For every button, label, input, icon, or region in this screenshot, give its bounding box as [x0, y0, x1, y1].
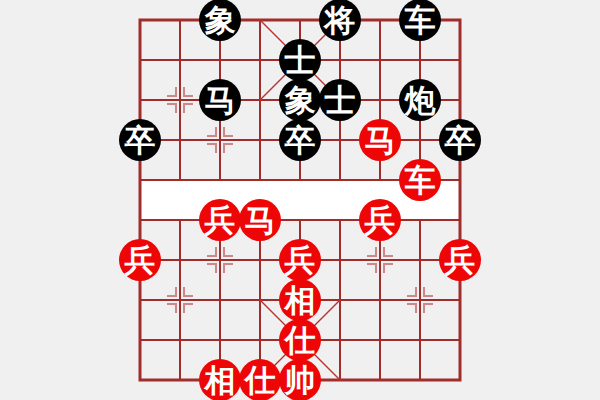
- piece-red-soldier[interactable]: 兵: [359, 199, 401, 241]
- piece-black-cannon[interactable]: 炮: [399, 79, 441, 121]
- piece-red-soldier[interactable]: 兵: [119, 239, 161, 281]
- piece-red-soldier[interactable]: 兵: [279, 239, 321, 281]
- piece-black-soldier[interactable]: 卒: [279, 119, 321, 161]
- piece-red-horse[interactable]: 马: [239, 199, 281, 241]
- piece-black-advisor[interactable]: 士: [279, 39, 321, 81]
- piece-black-horse[interactable]: 马: [199, 79, 241, 121]
- piece-black-advisor[interactable]: 士: [319, 79, 361, 121]
- piece-black-general[interactable]: 将: [319, 0, 361, 41]
- xiangqi-board: 象将车士马象士炮卒卒马卒车兵马兵兵兵兵相仕相仕帅: [0, 0, 600, 400]
- piece-red-elephant[interactable]: 相: [199, 359, 241, 400]
- piece-black-soldier[interactable]: 卒: [439, 119, 481, 161]
- piece-black-chariot[interactable]: 车: [399, 0, 441, 41]
- piece-red-chariot[interactable]: 车: [399, 159, 441, 201]
- piece-red-general[interactable]: 帅: [279, 359, 321, 400]
- piece-red-elephant[interactable]: 相: [279, 279, 321, 321]
- piece-black-elephant[interactable]: 象: [199, 0, 241, 41]
- piece-red-soldier[interactable]: 兵: [439, 239, 481, 281]
- piece-red-soldier[interactable]: 兵: [199, 199, 241, 241]
- piece-black-soldier[interactable]: 卒: [119, 119, 161, 161]
- piece-red-horse[interactable]: 马: [359, 119, 401, 161]
- piece-grid: 象将车士马象士炮卒卒马卒车兵马兵兵兵兵相仕相仕帅: [120, 0, 480, 400]
- piece-black-elephant[interactable]: 象: [279, 79, 321, 121]
- piece-red-advisor[interactable]: 仕: [239, 359, 281, 400]
- piece-red-advisor[interactable]: 仕: [279, 319, 321, 361]
